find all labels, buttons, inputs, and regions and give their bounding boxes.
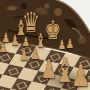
piece-light-pawn[interactable]: ♟ bbox=[66, 37, 74, 50]
piece-light-pawn[interactable]: ♟ bbox=[71, 61, 90, 90]
chess-set-photo: ♟♟♝♛♟♝♚♟♟♟♟♟♟♝♟ bbox=[0, 0, 90, 90]
piece-light-pawn[interactable]: ♟ bbox=[30, 47, 40, 62]
piece-light-pawn[interactable]: ♟ bbox=[19, 48, 29, 63]
pieces-layer: ♟♟♝♛♟♝♚♟♟♟♟♟♟♝♟ bbox=[0, 0, 90, 90]
piece-light-pawn[interactable]: ♟ bbox=[0, 41, 7, 54]
